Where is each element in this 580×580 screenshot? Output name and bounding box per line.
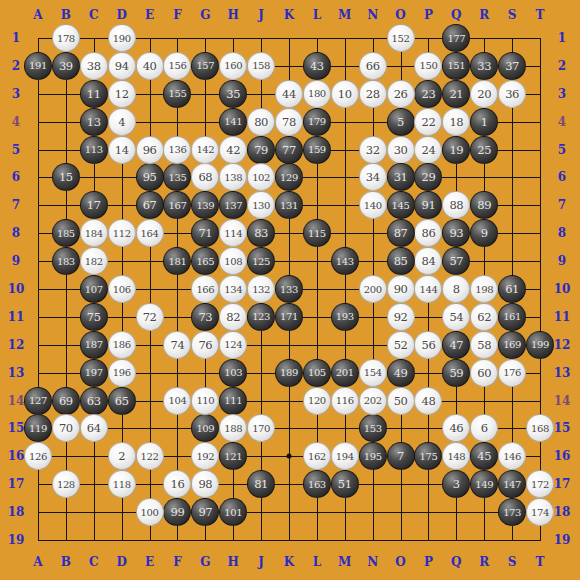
stone-J5[interactable]: 79: [247, 136, 275, 164]
row-label-left-2: 2: [12, 60, 20, 72]
row-label-left-18: 18: [8, 506, 25, 518]
stone-H16[interactable]: 121: [219, 442, 247, 470]
stone-S18[interactable]: 173: [498, 498, 526, 526]
stone-A14[interactable]: 127: [24, 387, 52, 415]
stone-C14[interactable]: 63: [80, 387, 108, 415]
stone-H13[interactable]: 103: [219, 359, 247, 387]
col-label-bottom-A: A: [33, 556, 42, 568]
stone-N10[interactable]: 200: [359, 275, 387, 303]
stone-C12[interactable]: 187: [80, 331, 108, 359]
col-label-top-B: B: [61, 9, 71, 21]
stone-C7[interactable]: 17: [80, 191, 108, 219]
stone-D12[interactable]: 186: [108, 331, 136, 359]
stone-G6[interactable]: 68: [191, 163, 219, 191]
stone-C3[interactable]: 11: [80, 80, 108, 108]
row-label-left-13: 13: [8, 367, 25, 379]
stone-D13[interactable]: 196: [108, 359, 136, 387]
stone-N14[interactable]: 202: [359, 387, 387, 415]
stone-B9[interactable]: 183: [52, 247, 80, 275]
stone-H9[interactable]: 108: [219, 247, 247, 275]
stone-R13[interactable]: 60: [470, 359, 498, 387]
stone-C11[interactable]: 75: [80, 303, 108, 331]
stone-O9[interactable]: 85: [387, 247, 415, 275]
col-label-bottom-F: F: [173, 556, 182, 568]
row-label-right-5: 5: [558, 144, 566, 156]
stone-P6[interactable]: 29: [414, 163, 442, 191]
stone-J8[interactable]: 83: [247, 219, 275, 247]
stone-F14[interactable]: 104: [163, 387, 191, 415]
stone-H8[interactable]: 114: [219, 219, 247, 247]
stone-N6[interactable]: 34: [359, 163, 387, 191]
stone-M9[interactable]: 143: [331, 247, 359, 275]
stone-E11[interactable]: 72: [136, 303, 164, 331]
col-label-bottom-D: D: [116, 556, 126, 568]
stone-J17[interactable]: 81: [247, 470, 275, 498]
stone-P3[interactable]: 23: [414, 80, 442, 108]
stone-H6[interactable]: 138: [219, 163, 247, 191]
stone-C8[interactable]: 184: [80, 219, 108, 247]
row-label-left-7: 7: [12, 199, 20, 211]
stone-O16[interactable]: 7: [387, 442, 415, 470]
stone-Q11[interactable]: 54: [442, 303, 470, 331]
stone-C4[interactable]: 13: [80, 108, 108, 136]
stone-T18[interactable]: 174: [526, 498, 554, 526]
col-label-bottom-E: E: [145, 556, 154, 568]
stone-E18[interactable]: 100: [136, 498, 164, 526]
stone-Q15[interactable]: 46: [442, 414, 470, 442]
stone-L2[interactable]: 43: [303, 52, 331, 80]
row-label-right-13: 13: [554, 367, 571, 379]
stone-C13[interactable]: 197: [80, 359, 108, 387]
stone-M17[interactable]: 51: [331, 470, 359, 498]
stone-N7[interactable]: 140: [359, 191, 387, 219]
stone-T12[interactable]: 199: [526, 331, 554, 359]
go-board: AABBCCDDEEFFGGHHJJKKLLMMNNOOPPQQRRSSTT11…: [0, 0, 580, 580]
stone-N2[interactable]: 66: [359, 52, 387, 80]
row-label-right-10: 10: [554, 283, 571, 295]
row-label-right-8: 8: [558, 227, 566, 239]
stone-K4[interactable]: 78: [275, 108, 303, 136]
stone-Q7[interactable]: 88: [442, 191, 470, 219]
row-label-left-11: 11: [8, 311, 25, 323]
stone-K6[interactable]: 129: [275, 163, 303, 191]
col-label-top-P: P: [424, 9, 433, 21]
col-label-top-L: L: [313, 9, 321, 21]
stone-L17[interactable]: 163: [303, 470, 331, 498]
stone-T17[interactable]: 172: [526, 470, 554, 498]
stone-N15[interactable]: 153: [359, 414, 387, 442]
col-label-top-S: S: [508, 9, 517, 21]
stone-D3[interactable]: 12: [108, 80, 136, 108]
stone-D4[interactable]: 4: [108, 108, 136, 136]
grid-line-vertical: [540, 38, 541, 541]
col-label-bottom-R: R: [479, 556, 489, 568]
stone-R3[interactable]: 20: [470, 80, 498, 108]
stone-D1[interactable]: 190: [108, 24, 136, 52]
row-label-right-6: 6: [558, 171, 566, 183]
stone-P10[interactable]: 144: [414, 275, 442, 303]
stone-N16[interactable]: 195: [359, 442, 387, 470]
stone-G12[interactable]: 76: [191, 331, 219, 359]
stone-S11[interactable]: 161: [498, 303, 526, 331]
stone-G11[interactable]: 73: [191, 303, 219, 331]
stone-D16[interactable]: 2: [108, 442, 136, 470]
stone-R8[interactable]: 9: [470, 219, 498, 247]
stone-E2[interactable]: 40: [136, 52, 164, 80]
stone-O11[interactable]: 92: [387, 303, 415, 331]
stone-L8[interactable]: 115: [303, 219, 331, 247]
stone-O12[interactable]: 52: [387, 331, 415, 359]
stone-G9[interactable]: 165: [191, 247, 219, 275]
row-label-left-16: 16: [8, 450, 25, 462]
col-label-top-A: A: [33, 9, 42, 21]
row-label-right-18: 18: [554, 506, 571, 518]
stone-F2[interactable]: 156: [163, 52, 191, 80]
stone-G15[interactable]: 109: [191, 414, 219, 442]
grid-line-horizontal: [38, 512, 541, 513]
stone-J2[interactable]: 158: [247, 52, 275, 80]
stone-E7[interactable]: 67: [136, 191, 164, 219]
stone-C2[interactable]: 38: [80, 52, 108, 80]
stone-J6[interactable]: 102: [247, 163, 275, 191]
stone-H11[interactable]: 82: [219, 303, 247, 331]
col-label-bottom-H: H: [228, 556, 239, 568]
col-label-top-C: C: [89, 9, 99, 21]
stone-F6[interactable]: 135: [163, 163, 191, 191]
stone-Q17[interactable]: 3: [442, 470, 470, 498]
stone-J4[interactable]: 80: [247, 108, 275, 136]
row-label-left-10: 10: [8, 283, 25, 295]
stone-A16[interactable]: 126: [24, 442, 52, 470]
stone-R17[interactable]: 149: [470, 470, 498, 498]
row-label-left-8: 8: [12, 227, 20, 239]
col-label-top-D: D: [116, 9, 126, 21]
stone-Q8[interactable]: 93: [442, 219, 470, 247]
row-label-right-1: 1: [558, 32, 566, 44]
stone-Q2[interactable]: 151: [442, 52, 470, 80]
stone-L5[interactable]: 159: [303, 136, 331, 164]
col-label-bottom-K: K: [284, 556, 294, 568]
stone-S12[interactable]: 169: [498, 331, 526, 359]
stone-K10[interactable]: 133: [275, 275, 303, 303]
stone-G10[interactable]: 166: [191, 275, 219, 303]
stone-K7[interactable]: 131: [275, 191, 303, 219]
stone-M16[interactable]: 194: [331, 442, 359, 470]
col-label-top-K: K: [284, 9, 294, 21]
stone-R15[interactable]: 6: [470, 414, 498, 442]
stone-P7[interactable]: 91: [414, 191, 442, 219]
row-label-left-12: 12: [8, 339, 25, 351]
stone-G14[interactable]: 110: [191, 387, 219, 415]
stone-C9[interactable]: 182: [80, 247, 108, 275]
grid-line-horizontal: [38, 540, 541, 541]
stone-S10[interactable]: 61: [498, 275, 526, 303]
stone-H2[interactable]: 160: [219, 52, 247, 80]
stone-D14[interactable]: 65: [108, 387, 136, 415]
stone-E8[interactable]: 164: [136, 219, 164, 247]
stone-P9[interactable]: 84: [414, 247, 442, 275]
row-label-left-6: 6: [12, 171, 20, 183]
stone-A15[interactable]: 119: [24, 414, 52, 442]
col-label-top-E: E: [145, 9, 154, 21]
stone-L13[interactable]: 105: [303, 359, 331, 387]
stone-A2[interactable]: 191: [24, 52, 52, 80]
stone-Q3[interactable]: 21: [442, 80, 470, 108]
stone-R12[interactable]: 58: [470, 331, 498, 359]
stone-H15[interactable]: 188: [219, 414, 247, 442]
stone-T15[interactable]: 168: [526, 414, 554, 442]
row-label-right-12: 12: [554, 339, 571, 351]
stone-H14[interactable]: 111: [219, 387, 247, 415]
row-label-right-17: 17: [554, 478, 571, 490]
stone-K11[interactable]: 171: [275, 303, 303, 331]
stone-G16[interactable]: 192: [191, 442, 219, 470]
stone-G7[interactable]: 139: [191, 191, 219, 219]
row-label-right-19: 19: [554, 534, 571, 546]
row-label-right-14: 14: [554, 395, 571, 407]
stone-F5[interactable]: 136: [163, 136, 191, 164]
stone-C5[interactable]: 113: [80, 136, 108, 164]
stone-B6[interactable]: 15: [52, 163, 80, 191]
row-label-left-9: 9: [12, 255, 20, 267]
col-label-bottom-B: B: [61, 556, 71, 568]
stone-C10[interactable]: 107: [80, 275, 108, 303]
col-label-top-N: N: [367, 9, 378, 21]
row-label-left-4: 4: [12, 116, 20, 128]
stone-S3[interactable]: 36: [498, 80, 526, 108]
stone-Q10[interactable]: 8: [442, 275, 470, 303]
stone-L14[interactable]: 120: [303, 387, 331, 415]
stone-B1[interactable]: 178: [52, 24, 80, 52]
stone-S17[interactable]: 147: [498, 470, 526, 498]
stone-S13[interactable]: 176: [498, 359, 526, 387]
stone-R2[interactable]: 33: [470, 52, 498, 80]
stone-O4[interactable]: 5: [387, 108, 415, 136]
stone-B15[interactable]: 70: [52, 414, 80, 442]
stone-O1[interactable]: 152: [387, 24, 415, 52]
row-label-left-14: 14: [8, 395, 25, 407]
stone-H18[interactable]: 101: [219, 498, 247, 526]
row-label-left-15: 15: [8, 422, 25, 434]
stone-K5[interactable]: 77: [275, 136, 303, 164]
col-label-top-H: H: [228, 9, 239, 21]
row-label-right-2: 2: [558, 60, 566, 72]
stone-H5[interactable]: 42: [219, 136, 247, 164]
stone-Q5[interactable]: 19: [442, 136, 470, 164]
stone-K3[interactable]: 44: [275, 80, 303, 108]
col-label-top-R: R: [479, 9, 489, 21]
stone-G18[interactable]: 97: [191, 498, 219, 526]
stone-P8[interactable]: 86: [414, 219, 442, 247]
stone-E6[interactable]: 95: [136, 163, 164, 191]
stone-B17[interactable]: 128: [52, 470, 80, 498]
stone-Q1[interactable]: 177: [442, 24, 470, 52]
stone-O14[interactable]: 50: [387, 387, 415, 415]
stone-F3[interactable]: 155: [163, 80, 191, 108]
stone-P4[interactable]: 22: [414, 108, 442, 136]
stone-L16[interactable]: 162: [303, 442, 331, 470]
stone-M13[interactable]: 201: [331, 359, 359, 387]
col-label-top-Q: Q: [451, 9, 461, 21]
stone-Q13[interactable]: 59: [442, 359, 470, 387]
row-label-right-11: 11: [554, 311, 571, 323]
stone-B8[interactable]: 185: [52, 219, 80, 247]
stone-O13[interactable]: 49: [387, 359, 415, 387]
stone-L3[interactable]: 180: [303, 80, 331, 108]
stone-E16[interactable]: 122: [136, 442, 164, 470]
stone-B2[interactable]: 39: [52, 52, 80, 80]
col-label-top-T: T: [536, 9, 545, 21]
col-label-top-J: J: [258, 9, 264, 21]
stone-R10[interactable]: 198: [470, 275, 498, 303]
row-label-left-17: 17: [8, 478, 25, 490]
stone-R5[interactable]: 25: [470, 136, 498, 164]
stone-N5[interactable]: 32: [359, 136, 387, 164]
row-label-left-19: 19: [8, 534, 25, 546]
stone-F17[interactable]: 16: [163, 470, 191, 498]
stone-N13[interactable]: 154: [359, 359, 387, 387]
col-label-bottom-J: J: [258, 556, 264, 568]
col-label-top-M: M: [338, 9, 351, 21]
col-label-bottom-M: M: [338, 556, 351, 568]
stone-R4[interactable]: 1: [470, 108, 498, 136]
col-label-top-G: G: [200, 9, 210, 21]
stone-S16[interactable]: 146: [498, 442, 526, 470]
stone-R7[interactable]: 89: [470, 191, 498, 219]
stone-Q4[interactable]: 18: [442, 108, 470, 136]
stone-H12[interactable]: 124: [219, 331, 247, 359]
stone-J7[interactable]: 130: [247, 191, 275, 219]
stone-G5[interactable]: 142: [191, 136, 219, 164]
stone-O6[interactable]: 31: [387, 163, 415, 191]
stone-G8[interactable]: 71: [191, 219, 219, 247]
stone-R11[interactable]: 62: [470, 303, 498, 331]
col-label-bottom-L: L: [313, 556, 321, 568]
stone-P16[interactable]: 175: [414, 442, 442, 470]
row-label-right-4: 4: [558, 116, 566, 128]
stone-H3[interactable]: 35: [219, 80, 247, 108]
stone-Q16[interactable]: 148: [442, 442, 470, 470]
stone-P2[interactable]: 150: [414, 52, 442, 80]
stone-H4[interactable]: 141: [219, 108, 247, 136]
star-point-K16: [287, 454, 292, 459]
stone-F9[interactable]: 181: [163, 247, 191, 275]
stone-H10[interactable]: 134: [219, 275, 247, 303]
stone-Q9[interactable]: 57: [442, 247, 470, 275]
col-label-top-F: F: [173, 9, 182, 21]
stone-J15[interactable]: 170: [247, 414, 275, 442]
stone-O5[interactable]: 30: [387, 136, 415, 164]
stone-O10[interactable]: 90: [387, 275, 415, 303]
stone-Q12[interactable]: 47: [442, 331, 470, 359]
stone-F7[interactable]: 167: [163, 191, 191, 219]
row-label-right-9: 9: [558, 255, 566, 267]
stone-O3[interactable]: 26: [387, 80, 415, 108]
stone-M14[interactable]: 116: [331, 387, 359, 415]
col-label-bottom-G: G: [200, 556, 210, 568]
stone-H7[interactable]: 137: [219, 191, 247, 219]
stone-C15[interactable]: 64: [80, 414, 108, 442]
stone-D5[interactable]: 14: [108, 136, 136, 164]
stone-M3[interactable]: 10: [331, 80, 359, 108]
stone-G2[interactable]: 157: [191, 52, 219, 80]
row-label-right-7: 7: [558, 199, 566, 211]
stone-F18[interactable]: 99: [163, 498, 191, 526]
row-label-left-3: 3: [12, 88, 20, 100]
stone-E5[interactable]: 96: [136, 136, 164, 164]
row-label-left-1: 1: [12, 32, 20, 44]
col-label-bottom-N: N: [367, 556, 378, 568]
stone-N3[interactable]: 28: [359, 80, 387, 108]
stone-J9[interactable]: 125: [247, 247, 275, 275]
stone-O8[interactable]: 87: [387, 219, 415, 247]
stone-J11[interactable]: 123: [247, 303, 275, 331]
col-label-bottom-Q: Q: [451, 556, 461, 568]
stone-D8[interactable]: 112: [108, 219, 136, 247]
stone-D10[interactable]: 106: [108, 275, 136, 303]
row-label-right-15: 15: [554, 422, 571, 434]
col-label-top-O: O: [395, 9, 405, 21]
stone-P12[interactable]: 56: [414, 331, 442, 359]
col-label-bottom-P: P: [424, 556, 433, 568]
stone-F12[interactable]: 74: [163, 331, 191, 359]
stone-K13[interactable]: 189: [275, 359, 303, 387]
stone-P5[interactable]: 24: [414, 136, 442, 164]
stone-R16[interactable]: 45: [470, 442, 498, 470]
stone-D2[interactable]: 94: [108, 52, 136, 80]
stone-D17[interactable]: 118: [108, 470, 136, 498]
stone-B14[interactable]: 69: [52, 387, 80, 415]
stone-P14[interactable]: 48: [414, 387, 442, 415]
stone-L4[interactable]: 179: [303, 108, 331, 136]
stone-G17[interactable]: 98: [191, 470, 219, 498]
stone-O7[interactable]: 145: [387, 191, 415, 219]
col-label-bottom-S: S: [508, 556, 517, 568]
row-label-right-16: 16: [554, 450, 571, 462]
stone-M11[interactable]: 193: [331, 303, 359, 331]
col-label-bottom-O: O: [395, 556, 405, 568]
col-label-bottom-T: T: [536, 556, 545, 568]
row-label-right-3: 3: [558, 88, 566, 100]
col-label-bottom-C: C: [89, 556, 99, 568]
stone-S2[interactable]: 37: [498, 52, 526, 80]
stone-J10[interactable]: 132: [247, 275, 275, 303]
row-label-left-5: 5: [12, 144, 20, 156]
